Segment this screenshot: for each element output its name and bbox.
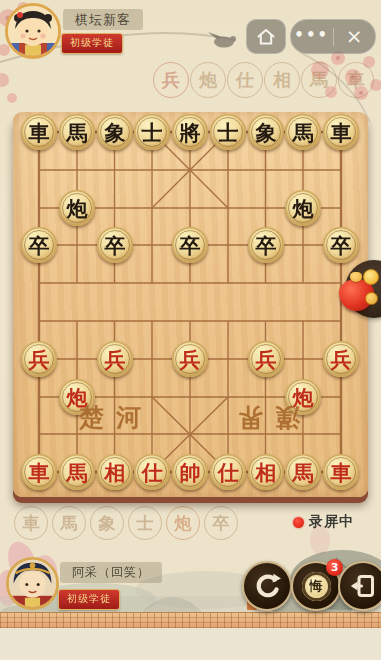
faded-piece-watermark: 炮 [190, 62, 226, 98]
board-piece-black[interactable]: 馬 [285, 114, 321, 150]
gift-knot-icon [350, 272, 362, 282]
window-capsule: ••• × [290, 19, 376, 54]
board-piece-black[interactable]: 象 [248, 114, 284, 150]
board-piece-red[interactable]: 仕 [134, 454, 170, 490]
recording-label: 录屏中 [309, 513, 354, 531]
undo-button[interactable]: 悔 3 [291, 561, 341, 611]
xiangqi-board[interactable]: 楚河 漢界 車馬象士將士象馬車炮炮卒卒卒卒卒兵兵兵兵兵炮炮車馬相仕帥仕相馬車 [13, 112, 368, 497]
recording-indicator: 录屏中 [293, 513, 354, 531]
board-piece-black[interactable]: 炮 [59, 190, 95, 226]
river-text-left: 楚河 [79, 401, 153, 434]
board-piece-black[interactable]: 馬 [59, 114, 95, 150]
board-piece-black[interactable]: 卒 [97, 227, 133, 263]
home-button[interactable] [246, 19, 286, 54]
game-screen: 兵炮仕相馬車 車馬象士炮卒 棋坛新客 初级学徒 [0, 0, 381, 660]
board-piece-red[interactable]: 兵 [97, 341, 133, 377]
board-piece-red[interactable]: 兵 [172, 341, 208, 377]
player-rank-badge-bottom: 初级学徒 [58, 589, 120, 610]
exit-icon [350, 573, 376, 599]
board-piece-red[interactable]: 車 [323, 454, 359, 490]
close-button[interactable]: × [334, 26, 376, 48]
board-piece-red[interactable]: 馬 [285, 454, 321, 490]
faded-piece-watermark: 炮 [166, 506, 200, 540]
board-piece-red[interactable]: 兵 [248, 341, 284, 377]
board-piece-black[interactable]: 將 [172, 114, 208, 150]
board-piece-red[interactable]: 兵 [323, 341, 359, 377]
coin-small-icon [365, 292, 378, 305]
river-text-right: 漢界 [226, 401, 300, 434]
board-piece-black[interactable]: 士 [134, 114, 170, 150]
gift-button[interactable] [335, 258, 381, 324]
board-piece-red[interactable]: 仕 [210, 454, 246, 490]
more-button[interactable]: ••• [291, 26, 333, 47]
board-piece-black[interactable]: 車 [323, 114, 359, 150]
faded-piece-watermark: 車 [14, 506, 48, 540]
board-piece-black[interactable]: 卒 [248, 227, 284, 263]
faded-piece-watermark: 馬 [52, 506, 86, 540]
faded-piece-watermark: 士 [128, 506, 162, 540]
board-grid-lines [13, 112, 368, 497]
player-avatar-bottom[interactable] [6, 557, 59, 610]
board-piece-red[interactable]: 相 [97, 454, 133, 490]
board-piece-black[interactable]: 炮 [285, 190, 321, 226]
board-piece-black[interactable]: 象 [97, 114, 133, 150]
board-piece-red[interactable]: 帥 [172, 454, 208, 490]
carved-border-strip [0, 612, 381, 629]
player-name-top: 棋坛新客 [63, 9, 143, 30]
home-icon [254, 25, 278, 49]
faded-piece-watermark: 仕 [227, 62, 263, 98]
board-piece-red[interactable]: 馬 [59, 454, 95, 490]
bottom-margin-strip [0, 628, 381, 660]
board-piece-red[interactable]: 車 [21, 454, 57, 490]
exit-button[interactable] [338, 561, 381, 611]
player-avatar-top[interactable] [5, 3, 61, 59]
faded-piece-watermark: 卒 [204, 506, 238, 540]
faded-piece-watermark: 象 [90, 506, 124, 540]
player-name-bottom: 阿采（回笑） [60, 562, 162, 583]
faded-piece-watermark: 兵 [153, 62, 189, 98]
board-piece-red[interactable]: 相 [248, 454, 284, 490]
board-piece-black[interactable]: 車 [21, 114, 57, 150]
avatar-image [6, 557, 59, 610]
faded-piece-watermark: 相 [264, 62, 300, 98]
faded-piece-watermark: 馬 [301, 62, 337, 98]
board-piece-black[interactable]: 士 [210, 114, 246, 150]
avatar-image [5, 3, 61, 59]
board-piece-black[interactable]: 卒 [172, 227, 208, 263]
coin-icon [363, 269, 379, 285]
undo-piece-icon: 悔 [302, 572, 331, 601]
board-piece-red[interactable]: 兵 [21, 341, 57, 377]
player-rank-badge-top: 初级学徒 [61, 33, 123, 54]
restart-button[interactable] [242, 561, 292, 611]
board-piece-black[interactable]: 卒 [21, 227, 57, 263]
record-dot-icon [293, 517, 304, 528]
restart-icon [254, 573, 281, 600]
faded-piece-watermark: 車 [338, 62, 374, 98]
